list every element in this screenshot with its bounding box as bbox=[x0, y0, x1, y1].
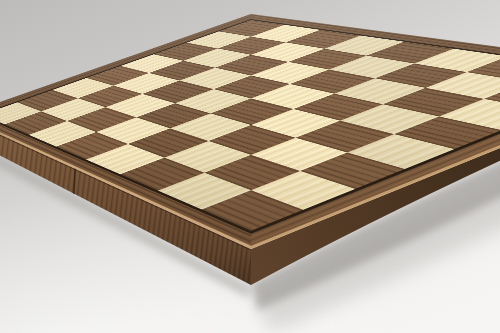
photo-canvas bbox=[0, 0, 500, 333]
fold-seam bbox=[74, 168, 75, 194]
